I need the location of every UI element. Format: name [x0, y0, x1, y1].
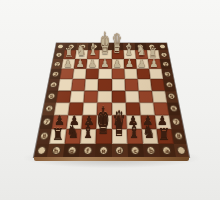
white-pawn: ♟ [125, 58, 134, 69]
black-knight: ♞ [66, 124, 79, 142]
white-pawn: ♟ [88, 58, 97, 69]
white-pawn: ♟ [100, 58, 109, 69]
white-queen: ♛ [112, 31, 122, 58]
black-knight: ♞ [143, 124, 156, 142]
black-king: ♚ [97, 104, 110, 142]
black-queen: ♛ [112, 107, 125, 142]
white-pawn: ♟ [150, 58, 159, 69]
black-rook: ♜ [51, 126, 63, 142]
white-pawn: ♟ [63, 58, 72, 69]
white-king: ♚ [100, 29, 110, 59]
board-front-edge [34, 157, 189, 161]
chess-set-photo: hgfedcba1122334455667788hgfedcba ♜♞♝♚♛♝♞… [0, 0, 220, 200]
white-pawn: ♟ [76, 58, 85, 69]
white-pawn: ♟ [113, 58, 122, 69]
black-bishop: ♝ [82, 122, 94, 142]
white-pawn: ♟ [137, 58, 146, 69]
black-bishop: ♝ [128, 122, 140, 142]
black-rook: ♜ [158, 126, 170, 142]
